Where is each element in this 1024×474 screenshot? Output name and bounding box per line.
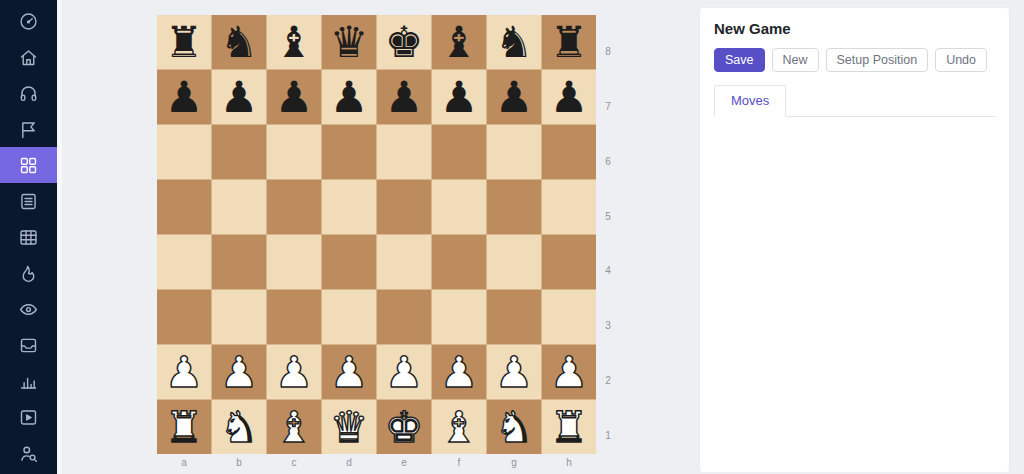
square-e7[interactable]: ♟ xyxy=(377,70,431,124)
play-icon xyxy=(18,407,39,428)
save-button[interactable]: Save xyxy=(714,48,765,72)
square-a8[interactable]: ♜ xyxy=(157,15,211,69)
apps-grid-icon xyxy=(18,155,39,176)
square-g4[interactable] xyxy=(487,235,541,289)
undo-button[interactable]: Undo xyxy=(935,48,987,72)
piece-black-queen[interactable]: ♛ xyxy=(330,15,369,69)
square-a3[interactable] xyxy=(157,290,211,344)
rank-label-8: 8 xyxy=(601,24,615,79)
piece-black-pawn[interactable]: ♟ xyxy=(275,70,314,124)
piece-white-pawn[interactable]: ♟ xyxy=(385,345,424,399)
piece-black-pawn[interactable]: ♟ xyxy=(440,70,479,124)
user-search-icon xyxy=(18,443,39,464)
piece-white-bishop[interactable]: ♝ xyxy=(440,400,479,454)
file-label-e: e xyxy=(377,457,431,468)
sidebar-edge-strip xyxy=(57,0,62,474)
square-h6[interactable] xyxy=(542,125,596,179)
square-c1[interactable]: ♝ xyxy=(267,400,321,454)
square-g5[interactable] xyxy=(487,180,541,234)
square-e6[interactable] xyxy=(377,125,431,179)
file-label-d: d xyxy=(322,457,376,468)
square-e8[interactable]: ♚ xyxy=(377,15,431,69)
new-button[interactable]: New xyxy=(772,48,819,72)
square-h5[interactable] xyxy=(542,180,596,234)
square-e2[interactable]: ♟ xyxy=(377,345,431,399)
square-d5[interactable] xyxy=(322,180,376,234)
square-f4[interactable] xyxy=(432,235,486,289)
square-b3[interactable] xyxy=(212,290,266,344)
square-g2[interactable]: ♟ xyxy=(487,345,541,399)
piece-black-rook[interactable]: ♜ xyxy=(165,15,204,69)
sidebar-item-stats[interactable] xyxy=(0,363,57,399)
file-coordinates: abcdefgh xyxy=(157,457,596,468)
sidebar-item-tables[interactable] xyxy=(0,219,57,255)
square-c4[interactable] xyxy=(267,235,321,289)
square-a5[interactable] xyxy=(157,180,211,234)
rank-label-3: 3 xyxy=(601,298,615,353)
piece-black-knight[interactable]: ♞ xyxy=(495,15,534,69)
piece-black-pawn[interactable]: ♟ xyxy=(550,70,589,124)
piece-black-pawn[interactable]: ♟ xyxy=(330,70,369,124)
square-e3[interactable] xyxy=(377,290,431,344)
sidebar-item-watch[interactable] xyxy=(0,291,57,327)
square-a6[interactable] xyxy=(157,125,211,179)
square-g3[interactable] xyxy=(487,290,541,344)
square-d1[interactable]: ♛ xyxy=(322,400,376,454)
piece-white-rook[interactable]: ♜ xyxy=(550,400,589,454)
square-h8[interactable]: ♜ xyxy=(542,15,596,69)
square-h1[interactable]: ♜ xyxy=(542,400,596,454)
square-b4[interactable] xyxy=(212,235,266,289)
chess-board: ♜♞♝♛♚♝♞♜♟♟♟♟♟♟♟♟♟♟♟♟♟♟♟♟♜♞♝♛♚♝♞♜ xyxy=(157,15,596,454)
sidebar-item-flags[interactable] xyxy=(0,111,57,147)
inbox-icon xyxy=(18,335,39,356)
app-sidebar xyxy=(0,0,57,474)
piece-white-pawn[interactable]: ♟ xyxy=(495,345,534,399)
square-f3[interactable] xyxy=(432,290,486,344)
sidebar-item-games[interactable] xyxy=(0,147,57,183)
square-e4[interactable] xyxy=(377,235,431,289)
home-icon xyxy=(18,47,39,68)
eye-icon xyxy=(18,299,39,320)
setup-position-button[interactable]: Setup Position xyxy=(826,48,929,72)
flag-icon xyxy=(18,119,39,140)
piece-white-bishop[interactable]: ♝ xyxy=(275,400,314,454)
square-b6[interactable] xyxy=(212,125,266,179)
square-h2[interactable]: ♟ xyxy=(542,345,596,399)
sidebar-item-home[interactable] xyxy=(0,39,57,75)
square-h7[interactable]: ♟ xyxy=(542,70,596,124)
square-g7[interactable]: ♟ xyxy=(487,70,541,124)
tab-bar: Moves xyxy=(714,85,995,117)
rank-label-2: 2 xyxy=(601,353,615,408)
piece-white-pawn[interactable]: ♟ xyxy=(275,345,314,399)
rank-label-5: 5 xyxy=(601,189,615,244)
square-d6[interactable] xyxy=(322,125,376,179)
piece-white-pawn[interactable]: ♟ xyxy=(550,345,589,399)
sidebar-item-dashboard[interactable] xyxy=(0,3,57,39)
piece-black-pawn[interactable]: ♟ xyxy=(220,70,259,124)
square-f1[interactable]: ♝ xyxy=(432,400,486,454)
file-label-f: f xyxy=(432,457,486,468)
square-a4[interactable] xyxy=(157,235,211,289)
piece-black-bishop[interactable]: ♝ xyxy=(440,15,479,69)
list-icon xyxy=(18,191,39,212)
piece-black-king[interactable]: ♚ xyxy=(385,15,424,69)
square-g1[interactable]: ♞ xyxy=(487,400,541,454)
sidebar-item-players[interactable] xyxy=(0,435,57,471)
rank-label-4: 4 xyxy=(601,244,615,299)
rank-label-6: 6 xyxy=(601,134,615,189)
file-label-b: b xyxy=(212,457,266,468)
piece-white-knight[interactable]: ♞ xyxy=(220,400,259,454)
square-d8[interactable]: ♛ xyxy=(322,15,376,69)
sidebar-item-media[interactable] xyxy=(0,399,57,435)
flame-icon xyxy=(18,263,39,284)
square-f2[interactable]: ♟ xyxy=(432,345,486,399)
piece-black-bishop[interactable]: ♝ xyxy=(275,15,314,69)
square-d7[interactable]: ♟ xyxy=(322,70,376,124)
piece-white-queen[interactable]: ♛ xyxy=(330,400,369,454)
square-d2[interactable]: ♟ xyxy=(322,345,376,399)
square-e5[interactable] xyxy=(377,180,431,234)
square-e1[interactable]: ♚ xyxy=(377,400,431,454)
square-h3[interactable] xyxy=(542,290,596,344)
piece-white-rook[interactable]: ♜ xyxy=(165,400,204,454)
square-c3[interactable] xyxy=(267,290,321,344)
square-b5[interactable] xyxy=(212,180,266,234)
square-c6[interactable] xyxy=(267,125,321,179)
square-a7[interactable]: ♟ xyxy=(157,70,211,124)
square-g6[interactable] xyxy=(487,125,541,179)
piece-white-pawn[interactable]: ♟ xyxy=(220,345,259,399)
toolbar: Save New Setup Position Undo xyxy=(714,48,995,72)
sidebar-item-inbox[interactable] xyxy=(0,327,57,363)
square-d4[interactable] xyxy=(322,235,376,289)
square-b1[interactable]: ♞ xyxy=(212,400,266,454)
tab-moves[interactable]: Moves xyxy=(714,85,786,117)
square-f8[interactable]: ♝ xyxy=(432,15,486,69)
bar-chart-icon xyxy=(18,371,39,392)
sidebar-item-trending[interactable] xyxy=(0,255,57,291)
headphones-icon xyxy=(18,83,39,104)
gauge-icon xyxy=(18,11,39,32)
square-f6[interactable] xyxy=(432,125,486,179)
square-a1[interactable]: ♜ xyxy=(157,400,211,454)
piece-black-knight[interactable]: ♞ xyxy=(220,15,259,69)
square-d3[interactable] xyxy=(322,290,376,344)
square-a2[interactable]: ♟ xyxy=(157,345,211,399)
piece-white-knight[interactable]: ♞ xyxy=(495,400,534,454)
piece-white-king[interactable]: ♚ xyxy=(385,400,424,454)
file-label-a: a xyxy=(157,457,211,468)
piece-white-pawn[interactable]: ♟ xyxy=(440,345,479,399)
square-f7[interactable]: ♟ xyxy=(432,70,486,124)
file-label-g: g xyxy=(487,457,541,468)
square-g8[interactable]: ♞ xyxy=(487,15,541,69)
sidebar-item-audio[interactable] xyxy=(0,75,57,111)
piece-black-pawn[interactable]: ♟ xyxy=(165,70,204,124)
file-label-c: c xyxy=(267,457,321,468)
square-b2[interactable]: ♟ xyxy=(212,345,266,399)
piece-white-pawn[interactable]: ♟ xyxy=(165,345,204,399)
rank-label-1: 1 xyxy=(601,408,615,463)
square-b7[interactable]: ♟ xyxy=(212,70,266,124)
square-c7[interactable]: ♟ xyxy=(267,70,321,124)
square-c5[interactable] xyxy=(267,180,321,234)
table-icon xyxy=(18,227,39,248)
square-h4[interactable] xyxy=(542,235,596,289)
page-title: New Game xyxy=(714,20,995,37)
square-b8[interactable]: ♞ xyxy=(212,15,266,69)
square-c2[interactable]: ♟ xyxy=(267,345,321,399)
square-c8[interactable]: ♝ xyxy=(267,15,321,69)
sidebar-item-lists[interactable] xyxy=(0,183,57,219)
game-panel: New Game Save New Setup Position Undo Mo… xyxy=(700,8,1009,472)
piece-black-pawn[interactable]: ♟ xyxy=(495,70,534,124)
rank-coordinates: 87654321 xyxy=(601,15,615,454)
rank-label-7: 7 xyxy=(601,79,615,134)
file-label-h: h xyxy=(542,457,596,468)
piece-white-pawn[interactable]: ♟ xyxy=(330,345,369,399)
piece-black-pawn[interactable]: ♟ xyxy=(385,70,424,124)
moves-list xyxy=(714,117,995,437)
piece-black-rook[interactable]: ♜ xyxy=(550,15,589,69)
square-f5[interactable] xyxy=(432,180,486,234)
